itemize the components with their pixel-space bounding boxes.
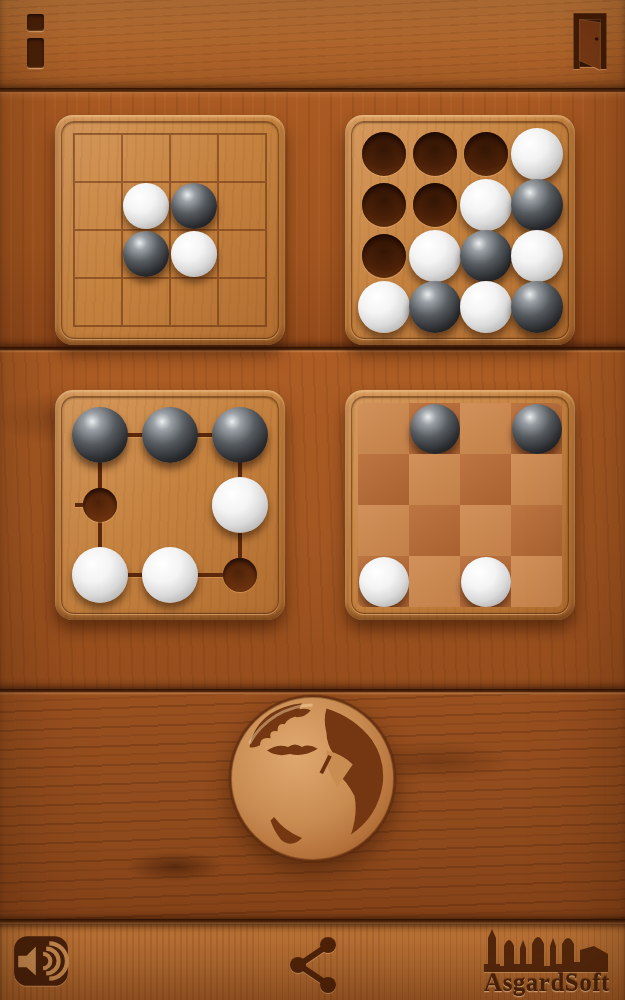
morris-point-bl (71, 546, 129, 604)
four-in-a-row-board-button[interactable] (345, 115, 575, 345)
white-stone (511, 230, 563, 282)
open-door-graphic (569, 9, 611, 71)
checkers-cell-3-3 (511, 556, 562, 607)
reversi-cell-3-1 (122, 278, 170, 326)
board-hole (413, 183, 457, 227)
white-stone (511, 128, 563, 180)
four_in_a_row-cell-3-3 (511, 281, 562, 332)
checkers-grid (358, 403, 562, 607)
black-stone (512, 404, 562, 454)
morris-point-tr (211, 406, 269, 464)
four_in_a_row-cell-0-0 (358, 128, 409, 179)
speaker-graphic (12, 932, 70, 990)
white-stone (123, 183, 169, 229)
black-stone (511, 179, 563, 231)
black-stone (409, 281, 461, 333)
black-stone (123, 231, 169, 277)
reversi-cell-0-3 (218, 134, 266, 182)
black-stone (72, 407, 128, 463)
four_in_a_row-cell-2-0 (358, 230, 409, 281)
white-stone (359, 557, 409, 607)
share-graphic (284, 934, 342, 996)
globe-button[interactable] (225, 691, 400, 866)
morris-point-bm (141, 546, 199, 604)
info-icon-dot (27, 14, 44, 31)
black-stone (171, 183, 217, 229)
checkers-cell-0-3 (511, 403, 562, 454)
white-stone (142, 547, 198, 603)
morris-point-mr (211, 476, 269, 534)
board-hole (464, 132, 508, 176)
reversi-grid (73, 133, 267, 327)
reversi-cell-3-3 (218, 278, 266, 326)
plank-seam (0, 919, 625, 924)
reversi-cell-2-2 (170, 230, 218, 278)
four_in_a_row-cell-2-3 (511, 230, 562, 281)
exit-door-icon[interactable] (569, 9, 611, 75)
morris-point-br (211, 546, 269, 604)
black-stone (460, 230, 512, 282)
four-in-a-row-grid (358, 128, 562, 332)
checkers-cell-1-3 (511, 454, 562, 505)
board-hole (362, 234, 406, 278)
checkers-cell-1-1 (409, 454, 460, 505)
morris-point-ml (71, 476, 129, 534)
four_in_a_row-cell-2-2 (460, 230, 511, 281)
black-stone (511, 281, 563, 333)
white-stone (171, 231, 217, 277)
four_in_a_row-cell-1-2 (460, 179, 511, 230)
checkers-cell-1-0 (358, 454, 409, 505)
app-screen: AsgardSoft (0, 0, 625, 1000)
checkers-cell-2-1 (409, 505, 460, 556)
checkers-cell-1-2 (460, 454, 511, 505)
reversi-cell-2-0 (74, 230, 122, 278)
reversi-cell-1-3 (218, 182, 266, 230)
volume-icon[interactable] (12, 932, 70, 994)
morris-hole (83, 488, 117, 522)
checkers-cell-0-1 (409, 403, 460, 454)
reversi-cell-1-1 (122, 182, 170, 230)
four_in_a_row-cell-3-1 (409, 281, 460, 332)
reversi-board-button[interactable] (55, 115, 285, 345)
asgardsoft-logo-text: AsgardSoft (477, 970, 617, 995)
globe-earth-icon (225, 691, 400, 866)
reversi-cell-3-2 (170, 278, 218, 326)
reversi-cell-2-1 (122, 230, 170, 278)
checkers-cell-2-3 (511, 505, 562, 556)
reversi-cell-0-2 (170, 134, 218, 182)
four_in_a_row-cell-1-3 (511, 179, 562, 230)
checkers-cell-0-2 (460, 403, 511, 454)
four_in_a_row-cell-0-1 (409, 128, 460, 179)
reversi-cell-1-2 (170, 182, 218, 230)
four_in_a_row-cell-0-2 (460, 128, 511, 179)
white-stone (460, 179, 512, 231)
checkers-cell-2-2 (460, 505, 511, 556)
four_in_a_row-cell-0-3 (511, 128, 562, 179)
morris-board-button[interactable] (55, 390, 285, 620)
checkers-cell-3-0 (358, 556, 409, 607)
morris-hole (223, 558, 257, 592)
checkers-cell-3-1 (409, 556, 460, 607)
morris-point-tl (71, 406, 129, 464)
reversi-cell-1-0 (74, 182, 122, 230)
white-stone (409, 230, 461, 282)
castle-skyline-icon (480, 926, 614, 972)
white-stone (358, 281, 410, 333)
four_in_a_row-cell-3-0 (358, 281, 409, 332)
share-icon[interactable] (284, 934, 342, 1000)
info-icon[interactable] (27, 14, 44, 68)
four_in_a_row-cell-1-0 (358, 179, 409, 230)
plank-seam (0, 347, 625, 352)
white-stone (460, 281, 512, 333)
plank-seam (0, 88, 625, 93)
black-stone (142, 407, 198, 463)
checkers-cell-0-0 (358, 403, 409, 454)
four_in_a_row-cell-1-1 (409, 179, 460, 230)
board-hole (362, 183, 406, 227)
info-icon-stem (27, 38, 44, 68)
top-bar-plank (0, 0, 625, 92)
reversi-cell-2-3 (218, 230, 266, 278)
four_in_a_row-cell-3-2 (460, 281, 511, 332)
reversi-cell-0-1 (122, 134, 170, 182)
board-hole (413, 132, 457, 176)
reversi-cell-3-0 (74, 278, 122, 326)
four_in_a_row-cell-2-1 (409, 230, 460, 281)
board-hole (362, 132, 406, 176)
white-stone (72, 547, 128, 603)
reversi-cell-0-0 (74, 134, 122, 182)
white-stone (461, 557, 511, 607)
checkers-board-button[interactable] (345, 390, 575, 620)
morris-grid (75, 410, 265, 600)
asgardsoft-logo[interactable]: AsgardSoft (477, 926, 617, 995)
checkers-cell-2-0 (358, 505, 409, 556)
morris-point-tm (141, 406, 199, 464)
checkers-cell-3-2 (460, 556, 511, 607)
black-stone (212, 407, 268, 463)
white-stone (212, 477, 268, 533)
black-stone (410, 404, 460, 454)
